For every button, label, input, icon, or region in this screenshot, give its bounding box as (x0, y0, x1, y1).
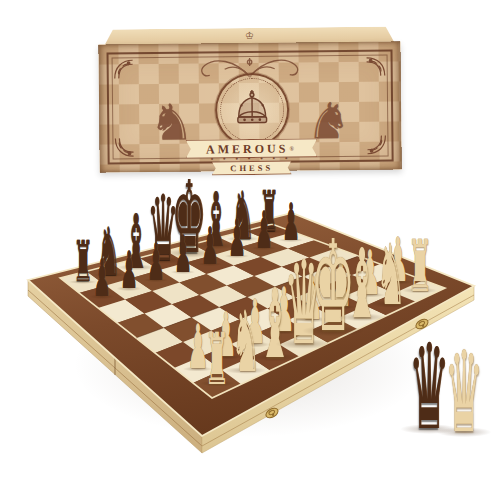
piece-black-rook: ♜ (248, 192, 291, 240)
piece-white-queen: ♛ (260, 264, 348, 362)
piece-black-pawn: ♟ (136, 244, 175, 288)
piece-white-pawn: ♟ (289, 277, 336, 329)
piece-white-rook: ♜ (190, 334, 244, 394)
piece-black-pawn: ♟ (271, 204, 310, 248)
piece-black-pawn: ♟ (244, 212, 283, 256)
piece-white-pawn: ♟ (260, 289, 307, 341)
piece-black-king: ♚ (152, 184, 228, 268)
piece-black-pawn: ♟ (217, 220, 256, 264)
piece-black-pawn: ♟ (163, 236, 202, 280)
product-photo: ♔ (0, 0, 500, 481)
piece-white-rook: ♜ (393, 241, 447, 301)
piece-white-pawn: ♟ (375, 240, 422, 292)
piece-black-pawn: ♟ (109, 252, 148, 296)
piece-white-pawn: ♟ (232, 302, 279, 354)
piece-white-bishop: ♝ (238, 290, 311, 371)
piece-white-knight: ♞ (358, 245, 423, 317)
piece-white-pawn: ♟ (175, 327, 222, 379)
piece-black-pawn: ♟ (82, 261, 121, 305)
piece-black-knight: ♞ (217, 192, 268, 249)
piece-white-pawn: ♟ (318, 265, 365, 317)
piece-white-pawn: ♟ (203, 314, 250, 366)
board-pieces: ♜♞♝♛♚♝♞♜♟♟♟♟♟♟♟♟♟♟♟♟♟♟♟♟♜♞♝♛♚♝♞♜♛♛ (0, 0, 500, 481)
piece-white-pawn: ♟ (346, 252, 393, 304)
piece-white-bishop: ♝ (325, 251, 398, 332)
piece-black-bishop: ♝ (187, 193, 245, 257)
piece-black-rook: ♜ (61, 243, 104, 291)
piece-black-queen: ♛ (384, 347, 474, 447)
piece-white-queen: ♛ (421, 354, 500, 449)
piece-white-king: ♚ (285, 243, 381, 350)
piece-black-bishop: ♝ (107, 215, 165, 279)
piece-black-queen: ♛ (128, 197, 197, 274)
piece-black-pawn: ♟ (190, 228, 229, 272)
piece-white-knight: ♞ (214, 311, 279, 383)
piece-black-knight: ♞ (84, 228, 135, 285)
